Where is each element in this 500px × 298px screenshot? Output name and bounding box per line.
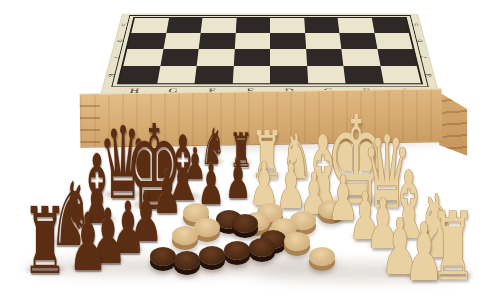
square-g7 xyxy=(160,49,199,66)
rank-label-5: 5 xyxy=(108,22,142,28)
rank-label-8: 8 xyxy=(94,72,131,79)
dark-pawn: ♟ xyxy=(68,203,107,283)
light-pawn: ♟ xyxy=(404,213,443,293)
square-e8 xyxy=(232,66,270,84)
square-f8 xyxy=(195,66,234,84)
checker-dark xyxy=(232,214,258,233)
square-g6 xyxy=(163,33,201,49)
square-c7 xyxy=(306,49,344,66)
checker-light xyxy=(172,226,198,245)
square-g5 xyxy=(166,18,203,33)
checker-dark xyxy=(224,241,250,260)
square-f6 xyxy=(199,33,236,49)
dark-rook: ♜ xyxy=(22,196,67,288)
dark-pawn: ♟ xyxy=(225,153,252,207)
square-d8 xyxy=(270,66,308,84)
rank-label-8: 8 xyxy=(409,72,446,79)
rank-label-6: 6 xyxy=(401,37,436,43)
square-d5 xyxy=(270,18,305,33)
checkerboard-grid xyxy=(117,17,423,84)
square-e7 xyxy=(233,49,270,66)
checker-light xyxy=(309,247,335,266)
square-c5 xyxy=(304,18,340,33)
checker-dark xyxy=(150,247,176,266)
checker-light xyxy=(284,232,310,251)
square-f7 xyxy=(197,49,235,66)
rank-label-5: 5 xyxy=(398,22,432,28)
box-right-end-finger-joints xyxy=(438,88,468,160)
square-e6 xyxy=(234,33,270,49)
square-b7 xyxy=(341,49,380,66)
square-b5 xyxy=(338,18,375,33)
square-d6 xyxy=(270,33,306,49)
square-b6 xyxy=(339,33,377,49)
square-c8 xyxy=(307,66,346,84)
checker-dark xyxy=(174,251,200,270)
rank-label-7: 7 xyxy=(99,54,135,61)
product-photo-chess-set: HGFEDCBA 5678 5678 ♜♞♟♟♝♛♟♟♚♟♝♟♟♟♞♜♟♜♞♟♝… xyxy=(0,0,500,298)
chess-board-top: HGFEDCBA 5678 5678 xyxy=(100,14,440,96)
square-e5 xyxy=(235,18,270,33)
square-g8 xyxy=(157,66,197,84)
checker-dark xyxy=(249,238,275,257)
square-f5 xyxy=(201,18,237,33)
checker-dark xyxy=(199,246,225,265)
rank-label-6: 6 xyxy=(104,37,139,43)
rank-label-7: 7 xyxy=(405,54,441,61)
square-d7 xyxy=(270,49,307,66)
square-b8 xyxy=(343,66,383,84)
square-c6 xyxy=(305,33,342,49)
